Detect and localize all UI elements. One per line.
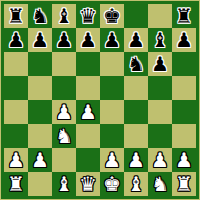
black-rook[interactable]: ♜: [7, 6, 25, 26]
black-pawn[interactable]: ♟: [7, 30, 25, 50]
square-b5[interactable]: [28, 76, 52, 100]
white-pawn[interactable]: ♟: [127, 150, 145, 170]
black-pawn[interactable]: ♟: [79, 30, 97, 50]
square-b3[interactable]: [28, 124, 52, 148]
square-b2[interactable]: ♟: [28, 148, 52, 172]
square-f5[interactable]: [124, 76, 148, 100]
square-a1[interactable]: ♜: [4, 172, 28, 196]
black-rook[interactable]: ♜: [175, 6, 193, 26]
square-f1[interactable]: ♝: [124, 172, 148, 196]
square-c7[interactable]: ♟: [52, 28, 76, 52]
black-pawn[interactable]: ♟: [103, 30, 121, 50]
square-g2[interactable]: ♟: [148, 148, 172, 172]
square-g5[interactable]: [148, 76, 172, 100]
chess-board-frame: ♜♞♝♛♚♜♟♟♟♟♟♟♝♟♞♟♟♟♞♟♟♟♟♟♟♜♝♛♚♝♞♜: [0, 0, 200, 200]
white-pawn[interactable]: ♟: [55, 102, 73, 122]
square-c4[interactable]: ♟: [52, 100, 76, 124]
square-d8[interactable]: ♛: [76, 4, 100, 28]
square-d4[interactable]: ♟: [76, 100, 100, 124]
square-c6[interactable]: [52, 52, 76, 76]
square-h7[interactable]: ♟: [172, 28, 196, 52]
square-a8[interactable]: ♜: [4, 4, 28, 28]
square-d6[interactable]: [76, 52, 100, 76]
square-h3[interactable]: [172, 124, 196, 148]
white-bishop[interactable]: ♝: [55, 174, 73, 194]
white-knight[interactable]: ♞: [151, 174, 169, 194]
square-f6[interactable]: ♞: [124, 52, 148, 76]
square-a6[interactable]: [4, 52, 28, 76]
square-g6[interactable]: ♟: [148, 52, 172, 76]
white-rook[interactable]: ♜: [175, 174, 193, 194]
black-king[interactable]: ♚: [103, 6, 121, 26]
square-e8[interactable]: ♚: [100, 4, 124, 28]
square-h4[interactable]: [172, 100, 196, 124]
square-a2[interactable]: ♟: [4, 148, 28, 172]
white-knight[interactable]: ♞: [55, 126, 73, 146]
black-pawn[interactable]: ♟: [31, 30, 49, 50]
white-pawn[interactable]: ♟: [103, 150, 121, 170]
square-c3[interactable]: ♞: [52, 124, 76, 148]
white-pawn[interactable]: ♟: [31, 150, 49, 170]
square-h8[interactable]: ♜: [172, 4, 196, 28]
square-a4[interactable]: [4, 100, 28, 124]
square-h1[interactable]: ♜: [172, 172, 196, 196]
black-pawn[interactable]: ♟: [55, 30, 73, 50]
square-f3[interactable]: [124, 124, 148, 148]
square-e6[interactable]: [100, 52, 124, 76]
square-c8[interactable]: ♝: [52, 4, 76, 28]
square-g4[interactable]: [148, 100, 172, 124]
square-g3[interactable]: [148, 124, 172, 148]
square-c5[interactable]: [52, 76, 76, 100]
square-e4[interactable]: [100, 100, 124, 124]
square-e1[interactable]: ♚: [100, 172, 124, 196]
square-b4[interactable]: [28, 100, 52, 124]
square-c1[interactable]: ♝: [52, 172, 76, 196]
white-pawn[interactable]: ♟: [79, 102, 97, 122]
square-g7[interactable]: ♝: [148, 28, 172, 52]
white-bishop[interactable]: ♝: [127, 174, 145, 194]
square-f2[interactable]: ♟: [124, 148, 148, 172]
chess-board: ♜♞♝♛♚♜♟♟♟♟♟♟♝♟♞♟♟♟♞♟♟♟♟♟♟♜♝♛♚♝♞♜: [4, 4, 196, 196]
square-e7[interactable]: ♟: [100, 28, 124, 52]
square-b6[interactable]: [28, 52, 52, 76]
white-rook[interactable]: ♜: [7, 174, 25, 194]
square-f4[interactable]: [124, 100, 148, 124]
square-c2[interactable]: [52, 148, 76, 172]
square-d7[interactable]: ♟: [76, 28, 100, 52]
square-h6[interactable]: [172, 52, 196, 76]
white-pawn[interactable]: ♟: [7, 150, 25, 170]
white-pawn[interactable]: ♟: [151, 150, 169, 170]
square-b8[interactable]: ♞: [28, 4, 52, 28]
square-a7[interactable]: ♟: [4, 28, 28, 52]
square-h5[interactable]: [172, 76, 196, 100]
black-knight[interactable]: ♞: [127, 54, 145, 74]
black-knight[interactable]: ♞: [31, 6, 49, 26]
white-queen[interactable]: ♛: [79, 174, 97, 194]
black-pawn[interactable]: ♟: [151, 54, 169, 74]
square-b1[interactable]: [28, 172, 52, 196]
square-g8[interactable]: [148, 4, 172, 28]
square-h2[interactable]: ♟: [172, 148, 196, 172]
black-queen[interactable]: ♛: [79, 6, 97, 26]
square-b7[interactable]: ♟: [28, 28, 52, 52]
square-e2[interactable]: ♟: [100, 148, 124, 172]
square-d2[interactable]: [76, 148, 100, 172]
square-f7[interactable]: ♟: [124, 28, 148, 52]
square-e3[interactable]: [100, 124, 124, 148]
square-d1[interactable]: ♛: [76, 172, 100, 196]
square-g1[interactable]: ♞: [148, 172, 172, 196]
square-f8[interactable]: [124, 4, 148, 28]
white-king[interactable]: ♚: [103, 174, 121, 194]
square-e5[interactable]: [100, 76, 124, 100]
square-a3[interactable]: [4, 124, 28, 148]
black-pawn[interactable]: ♟: [175, 30, 193, 50]
black-bishop[interactable]: ♝: [151, 30, 169, 50]
square-a5[interactable]: [4, 76, 28, 100]
square-d3[interactable]: [76, 124, 100, 148]
black-pawn[interactable]: ♟: [127, 30, 145, 50]
square-d5[interactable]: [76, 76, 100, 100]
white-pawn[interactable]: ♟: [175, 150, 193, 170]
black-bishop[interactable]: ♝: [55, 6, 73, 26]
